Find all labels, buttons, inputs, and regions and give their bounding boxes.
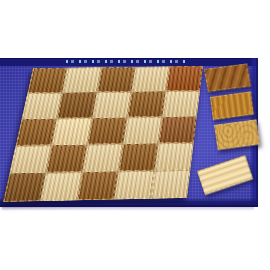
mat-tile-r1c2 [62, 67, 101, 92]
mat-tile-r3c3 [87, 117, 127, 144]
mat-tile-r3c2 [52, 118, 93, 145]
carpet-top-band [0, 58, 258, 66]
mat-tile-r2c4 [127, 91, 166, 117]
mat-tile-r4c1 [9, 145, 51, 173]
floor-shadow [2, 207, 254, 211]
mat-tile-r1c5 [166, 66, 203, 91]
mat-tile-r1c4 [131, 66, 169, 91]
mat-tile-r2c1 [22, 93, 63, 119]
mat-tile-r4c5 [155, 143, 194, 171]
mat-tile-r5c1 [3, 173, 46, 202]
mat-tile-r5c2 [40, 172, 82, 201]
mat-tile-r5c5 [151, 170, 191, 199]
mat-tile-r3c1 [16, 119, 57, 146]
product-photo [0, 0, 270, 270]
mat-board [3, 66, 203, 202]
blurred-watermark-text [66, 60, 188, 63]
mat-tile-r5c4 [114, 171, 155, 200]
mat-tile-r2c2 [57, 92, 97, 118]
mat-tile-r1c1 [27, 68, 67, 94]
mat-tile-r3c5 [158, 116, 196, 143]
mat-tile-r5c3 [77, 171, 118, 200]
mat-tile-r3c4 [123, 117, 162, 144]
mat-tile-r2c5 [162, 91, 200, 117]
mat-tile-r4c2 [46, 145, 87, 173]
mat-tile-r4c4 [119, 143, 159, 171]
mat-tile-r4c3 [82, 144, 123, 172]
mat-tile-r2c3 [92, 92, 131, 118]
mat-tile-r1c3 [97, 67, 136, 92]
